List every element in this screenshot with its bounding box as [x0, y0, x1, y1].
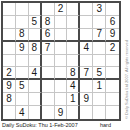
- sudoku-cell-empty[interactable]: [3, 16, 16, 29]
- sudoku-cell-empty[interactable]: [106, 80, 119, 93]
- caption-bar: Daily SuDoku: Thu 1-Feb-2007 hard: [2, 122, 130, 130]
- sudoku-cell-empty[interactable]: [42, 93, 55, 106]
- sudoku-cell-given: 7: [80, 67, 93, 80]
- sudoku-cell-empty[interactable]: [67, 55, 80, 68]
- sudoku-board: 2358686799874224875954181949: [1, 1, 121, 121]
- sudoku-cell-empty[interactable]: [16, 93, 29, 106]
- puzzle-title: Daily SuDoku: Thu 1-Feb-2007: [2, 122, 78, 128]
- sudoku-cell-empty[interactable]: [106, 55, 119, 68]
- sudoku-cell-empty[interactable]: [3, 55, 16, 68]
- sudoku-cell-empty[interactable]: [93, 55, 106, 68]
- sudoku-cell-empty[interactable]: [29, 29, 42, 42]
- copyright-text: © Daily SuDoku Ltd 2007. All rights rese…: [124, 9, 129, 119]
- sudoku-cell-given: 9: [55, 106, 68, 119]
- sudoku-cell-empty[interactable]: [3, 29, 16, 42]
- sudoku-cell-empty[interactable]: [106, 93, 119, 106]
- sudoku-cell-empty[interactable]: [42, 3, 55, 16]
- sudoku-cell-empty[interactable]: [93, 93, 106, 106]
- difficulty-label: hard: [100, 122, 111, 128]
- sudoku-cell-given: 5: [16, 80, 29, 93]
- sudoku-cell-given: 5: [29, 16, 42, 29]
- sudoku-cell-given: 1: [93, 80, 106, 93]
- sudoku-cell-empty[interactable]: [42, 106, 55, 119]
- sudoku-cell-empty[interactable]: [106, 106, 119, 119]
- sudoku-cell-given: 9: [16, 42, 29, 55]
- sudoku-cell-given: 6: [42, 29, 55, 42]
- sudoku-cell-empty[interactable]: [80, 16, 93, 29]
- sudoku-cell-empty[interactable]: [55, 42, 68, 55]
- sudoku-cell-given: 8: [29, 42, 42, 55]
- sudoku-cell-empty[interactable]: [42, 55, 55, 68]
- sudoku-cell-empty[interactable]: [16, 67, 29, 80]
- sudoku-cell-given: 8: [16, 29, 29, 42]
- sudoku-cell-empty[interactable]: [67, 3, 80, 16]
- sudoku-cell-empty[interactable]: [55, 55, 68, 68]
- sudoku-cell-empty[interactable]: [55, 67, 68, 80]
- sudoku-cell-empty[interactable]: [55, 93, 68, 106]
- sudoku-cell-given: 7: [93, 29, 106, 42]
- sudoku-cell-given: 9: [80, 93, 93, 106]
- sudoku-cell-empty[interactable]: [67, 106, 80, 119]
- sudoku-cell-empty[interactable]: [16, 16, 29, 29]
- sudoku-cell-empty[interactable]: [80, 29, 93, 42]
- sudoku-cell-empty[interactable]: [80, 3, 93, 16]
- sudoku-cell-given: 2: [3, 67, 16, 80]
- sudoku-cell-empty[interactable]: [42, 67, 55, 80]
- sudoku-cell-given: 9: [3, 80, 16, 93]
- sudoku-cell-empty[interactable]: [93, 106, 106, 119]
- sudoku-cell-empty[interactable]: [106, 67, 119, 80]
- sudoku-cell-given: 7: [42, 42, 55, 55]
- sudoku-cell-given: 8: [42, 16, 55, 29]
- sudoku-cell-empty[interactable]: [93, 16, 106, 29]
- sudoku-cell-empty[interactable]: [16, 3, 29, 16]
- sudoku-cell-given: 4: [29, 67, 42, 80]
- sudoku-cell-empty[interactable]: [3, 106, 16, 119]
- sudoku-cell-empty[interactable]: [29, 106, 42, 119]
- sudoku-cell-given: 8: [3, 93, 16, 106]
- sudoku-cell-given: 3: [93, 3, 106, 16]
- sudoku-cell-empty[interactable]: [29, 55, 42, 68]
- sudoku-cell-empty[interactable]: [106, 3, 119, 16]
- sudoku-cell-empty[interactable]: [3, 3, 16, 16]
- sudoku-cell-given: 5: [93, 67, 106, 80]
- sudoku-cell-empty[interactable]: [29, 93, 42, 106]
- sudoku-cell-empty[interactable]: [29, 80, 42, 93]
- sudoku-cell-empty[interactable]: [67, 16, 80, 29]
- sudoku-cell-empty[interactable]: [80, 106, 93, 119]
- sudoku-cell-empty[interactable]: [16, 55, 29, 68]
- sudoku-cell-given: 9: [106, 29, 119, 42]
- sudoku-cell-empty[interactable]: [67, 29, 80, 42]
- sudoku-cell-given: 1: [67, 93, 80, 106]
- sudoku-cell-empty[interactable]: [3, 42, 16, 55]
- sudoku-cell-empty[interactable]: [29, 3, 42, 16]
- sudoku-cell-given: 4: [16, 106, 29, 119]
- sudoku-cell-given: 2: [55, 3, 68, 16]
- sudoku-cell-empty[interactable]: [55, 80, 68, 93]
- sudoku-cell-given: 2: [106, 42, 119, 55]
- sudoku-cell-given: 4: [67, 80, 80, 93]
- sudoku-cell-empty[interactable]: [80, 80, 93, 93]
- sudoku-cell-empty[interactable]: [55, 29, 68, 42]
- sudoku-cell-empty[interactable]: [67, 42, 80, 55]
- sudoku-cell-given: 8: [67, 67, 80, 80]
- sudoku-cell-given: 6: [106, 16, 119, 29]
- sudoku-cell-empty[interactable]: [93, 42, 106, 55]
- sudoku-cell-empty[interactable]: [42, 80, 55, 93]
- sudoku-cell-empty[interactable]: [55, 16, 68, 29]
- sudoku-cell-given: 4: [80, 42, 93, 55]
- sudoku-cell-empty[interactable]: [80, 55, 93, 68]
